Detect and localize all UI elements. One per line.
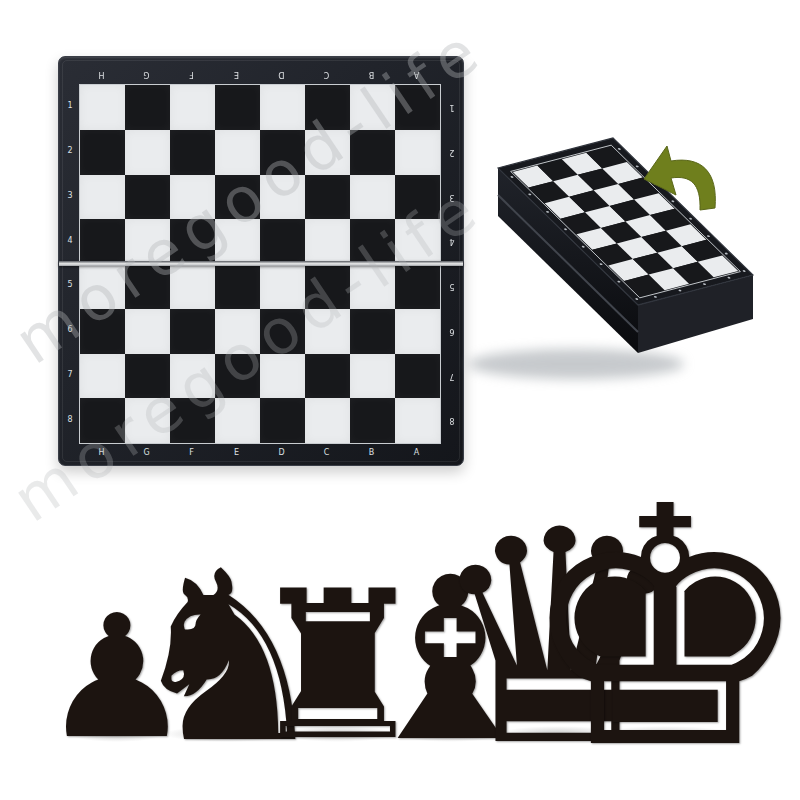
coord-label: 3 xyxy=(64,174,76,219)
square-e4 xyxy=(215,219,260,264)
square-f8 xyxy=(170,398,215,443)
square-f7 xyxy=(170,354,215,399)
square-c2 xyxy=(305,130,350,175)
square-h8 xyxy=(80,398,125,443)
coord-label: 5 xyxy=(446,263,458,308)
square-b5 xyxy=(350,264,395,309)
square-e8 xyxy=(215,398,260,443)
coord-label: E xyxy=(214,68,259,80)
square-h5 xyxy=(80,264,125,309)
square-b4 xyxy=(350,219,395,264)
coord-label: C xyxy=(304,447,349,459)
square-e3 xyxy=(215,175,260,220)
coord-label: 2 xyxy=(446,129,458,174)
square-g2 xyxy=(125,130,170,175)
square-d3 xyxy=(260,175,305,220)
square-b8 xyxy=(350,398,395,443)
coord-label: 7 xyxy=(64,353,76,398)
square-c4 xyxy=(305,219,350,264)
coord-label: 1 xyxy=(446,84,458,129)
coord-label: 8 xyxy=(446,397,458,442)
coord-label: D xyxy=(259,447,304,459)
open-chessboard: HGFEDCBA HGFEDCBA 12345678 12345678 xyxy=(58,56,464,466)
coord-label: 6 xyxy=(446,308,458,353)
file-labels-top: HGFEDCBA xyxy=(79,68,439,80)
coord-label: G xyxy=(124,447,169,459)
square-g7 xyxy=(125,354,170,399)
coord-label: 7 xyxy=(446,353,458,398)
square-h1 xyxy=(80,85,125,130)
square-h3 xyxy=(80,175,125,220)
square-d8 xyxy=(260,398,305,443)
coord-label: 3 xyxy=(446,174,458,219)
coord-label: A xyxy=(394,68,439,80)
square-f6 xyxy=(170,309,215,354)
coord-label: 8 xyxy=(64,397,76,442)
board-fold-seam xyxy=(59,261,463,266)
coord-label: 4 xyxy=(64,218,76,263)
square-g4 xyxy=(125,219,170,264)
file-labels-bottom: HGFEDCBA xyxy=(79,447,439,459)
coord-label: D xyxy=(259,68,304,80)
square-g3 xyxy=(125,175,170,220)
coord-label: G xyxy=(124,68,169,80)
square-e6 xyxy=(215,309,260,354)
square-g1 xyxy=(125,85,170,130)
square-h2 xyxy=(80,130,125,175)
square-c3 xyxy=(305,175,350,220)
square-a8 xyxy=(395,398,440,443)
square-d4 xyxy=(260,219,305,264)
square-b2 xyxy=(350,130,395,175)
square-c5 xyxy=(305,264,350,309)
square-e5 xyxy=(215,264,260,309)
square-e1 xyxy=(215,85,260,130)
square-c7 xyxy=(305,354,350,399)
square-a7 xyxy=(395,354,440,399)
square-f3 xyxy=(170,175,215,220)
square-a1 xyxy=(395,85,440,130)
square-d1 xyxy=(260,85,305,130)
folded-board-graphic xyxy=(458,118,798,408)
square-g8 xyxy=(125,398,170,443)
coord-label: H xyxy=(79,447,124,459)
coord-label: F xyxy=(169,68,214,80)
folded-chessboard xyxy=(458,118,798,408)
square-d7 xyxy=(260,354,305,399)
folded-board-shadow xyxy=(468,349,684,379)
square-e7 xyxy=(215,354,260,399)
coord-label: 5 xyxy=(64,263,76,308)
product-photo: moregood-life moregood-life HGFEDCBA HGF… xyxy=(0,0,800,800)
coord-label: F xyxy=(169,447,214,459)
square-b7 xyxy=(350,354,395,399)
square-d5 xyxy=(260,264,305,309)
square-a2 xyxy=(395,130,440,175)
square-h6 xyxy=(80,309,125,354)
square-a6 xyxy=(395,309,440,354)
square-b3 xyxy=(350,175,395,220)
coord-label: H xyxy=(79,68,124,80)
square-f1 xyxy=(170,85,215,130)
coord-label: C xyxy=(304,68,349,80)
square-g5 xyxy=(125,264,170,309)
square-c6 xyxy=(305,309,350,354)
coord-label: B xyxy=(349,447,394,459)
square-h7 xyxy=(80,354,125,399)
square-g6 xyxy=(125,309,170,354)
square-f2 xyxy=(170,130,215,175)
black-king-piece: ♚ xyxy=(517,464,800,794)
square-c1 xyxy=(305,85,350,130)
square-e2 xyxy=(215,130,260,175)
square-a5 xyxy=(395,264,440,309)
coord-label: B xyxy=(349,68,394,80)
square-a3 xyxy=(395,175,440,220)
square-d2 xyxy=(260,130,305,175)
square-a4 xyxy=(395,219,440,264)
square-b6 xyxy=(350,309,395,354)
coord-label: 2 xyxy=(64,129,76,174)
coord-label: A xyxy=(394,447,439,459)
square-h4 xyxy=(80,219,125,264)
square-b1 xyxy=(350,85,395,130)
coord-label: E xyxy=(214,447,259,459)
square-c8 xyxy=(305,398,350,443)
square-f4 xyxy=(170,219,215,264)
coord-label: 1 xyxy=(64,84,76,129)
square-d6 xyxy=(260,309,305,354)
coord-label: 4 xyxy=(446,218,458,263)
coord-label: 6 xyxy=(64,308,76,353)
square-f5 xyxy=(170,264,215,309)
